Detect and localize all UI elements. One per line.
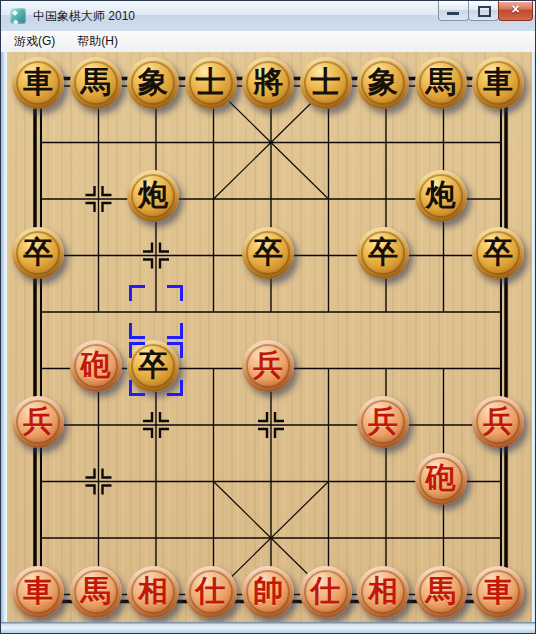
piece-black-卒[interactable]: 卒 [472, 227, 524, 279]
piece-red-砲[interactable]: 砲 [415, 453, 467, 505]
piece-glyph: 卒 [368, 237, 398, 267]
piece-black-馬[interactable]: 馬 [415, 57, 467, 109]
piece-glyph: 仕 [311, 576, 341, 606]
piece-black-卒[interactable]: 卒 [242, 227, 294, 279]
piece-black-士[interactable]: 士 [300, 57, 352, 109]
piece-glyph: 卒 [23, 237, 53, 267]
window-frame-left [1, 52, 7, 634]
window-frame-bottom [1, 622, 536, 634]
piece-glyph: 卒 [483, 237, 513, 267]
piece-red-馬[interactable]: 馬 [70, 566, 122, 618]
piece-black-卒[interactable]: 卒 [12, 227, 64, 279]
piece-glyph: 炮 [426, 180, 456, 210]
piece-glyph: 將 [253, 67, 283, 97]
piece-red-兵[interactable]: 兵 [357, 396, 409, 448]
piece-glyph: 卒 [138, 350, 168, 380]
piece-black-象[interactable]: 象 [357, 57, 409, 109]
minimize-button[interactable] [438, 1, 469, 21]
piece-glyph: 馬 [81, 67, 111, 97]
piece-glyph: 帥 [253, 576, 283, 606]
piece-glyph: 象 [368, 67, 398, 97]
piece-glyph: 相 [368, 576, 398, 606]
piece-red-兵[interactable]: 兵 [12, 396, 64, 448]
piece-glyph: 象 [138, 67, 168, 97]
piece-black-車[interactable]: 車 [12, 57, 64, 109]
board-area: 車馬象士將士象馬車炮炮卒卒卒卒砲卒兵兵兵兵砲車馬相仕帥仕相馬車 [1, 52, 536, 634]
piece-black-車[interactable]: 車 [472, 57, 524, 109]
piece-red-砲[interactable]: 砲 [70, 340, 122, 392]
window-title: 中国象棋大师 2010 [33, 8, 135, 25]
piece-glyph: 士 [311, 67, 341, 97]
menu-game[interactable]: 游戏(G) [5, 31, 64, 52]
piece-black-象[interactable]: 象 [127, 57, 179, 109]
piece-red-兵[interactable]: 兵 [242, 340, 294, 392]
piece-black-卒[interactable]: 卒 [127, 340, 179, 392]
piece-black-炮[interactable]: 炮 [127, 170, 179, 222]
minimize-icon [447, 12, 459, 15]
piece-red-仕[interactable]: 仕 [185, 566, 237, 618]
piece-glyph: 車 [483, 67, 513, 97]
close-button[interactable]: × [498, 1, 533, 21]
piece-black-將[interactable]: 將 [242, 57, 294, 109]
piece-glyph: 兵 [368, 406, 398, 436]
board-grid [1, 52, 536, 622]
piece-glyph: 馬 [81, 576, 111, 606]
piece-glyph: 相 [138, 576, 168, 606]
app-icon [10, 8, 26, 24]
piece-glyph: 砲 [426, 463, 456, 493]
piece-glyph: 砲 [81, 350, 111, 380]
piece-red-馬[interactable]: 馬 [415, 566, 467, 618]
piece-glyph: 卒 [253, 237, 283, 267]
piece-glyph: 車 [23, 576, 53, 606]
piece-black-士[interactable]: 士 [185, 57, 237, 109]
piece-glyph: 馬 [426, 576, 456, 606]
piece-black-炮[interactable]: 炮 [415, 170, 467, 222]
menu-bar: 游戏(G) 帮助(H) [1, 31, 535, 53]
piece-red-車[interactable]: 車 [472, 566, 524, 618]
maximize-icon [478, 6, 491, 17]
piece-glyph: 兵 [253, 350, 283, 380]
piece-glyph: 仕 [196, 576, 226, 606]
piece-red-兵[interactable]: 兵 [472, 396, 524, 448]
piece-glyph: 車 [23, 67, 53, 97]
window-controls: × [439, 1, 533, 21]
piece-glyph: 馬 [426, 67, 456, 97]
piece-glyph: 炮 [138, 180, 168, 210]
piece-red-仕[interactable]: 仕 [300, 566, 352, 618]
piece-red-相[interactable]: 相 [357, 566, 409, 618]
piece-glyph: 車 [483, 576, 513, 606]
app-window: 中国象棋大师 2010 × 游戏(G) 帮助(H) 車馬象士將士象馬車炮炮卒卒卒… [0, 0, 536, 634]
piece-red-車[interactable]: 車 [12, 566, 64, 618]
maximize-button[interactable] [468, 1, 499, 21]
piece-red-帥[interactable]: 帥 [242, 566, 294, 618]
piece-black-馬[interactable]: 馬 [70, 57, 122, 109]
piece-glyph: 兵 [23, 406, 53, 436]
piece-glyph: 兵 [483, 406, 513, 436]
title-bar[interactable]: 中国象棋大师 2010 × [1, 1, 535, 32]
piece-glyph: 士 [196, 67, 226, 97]
piece-black-卒[interactable]: 卒 [357, 227, 409, 279]
piece-red-相[interactable]: 相 [127, 566, 179, 618]
close-icon: × [499, 1, 532, 17]
menu-help[interactable]: 帮助(H) [68, 31, 127, 52]
window-frame-right [532, 52, 536, 634]
